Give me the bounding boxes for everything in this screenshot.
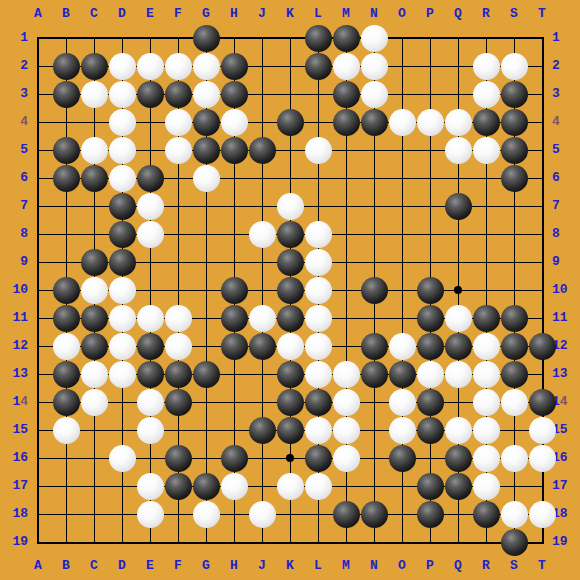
stone-black-L1[interactable] <box>305 25 332 52</box>
stone-white-O12[interactable] <box>389 333 416 360</box>
stone-black-Q7[interactable] <box>445 193 472 220</box>
stone-black-T14[interactable] <box>529 389 556 416</box>
row-label-right: 9 <box>552 254 578 270</box>
stone-white-K12[interactable] <box>277 333 304 360</box>
stone-white-R12[interactable] <box>473 333 500 360</box>
stone-black-P10[interactable] <box>417 277 444 304</box>
stone-white-L17[interactable] <box>305 473 332 500</box>
stone-white-D2[interactable] <box>109 53 136 80</box>
row-label-right: 10 <box>552 282 578 298</box>
stone-black-F13[interactable] <box>165 361 192 388</box>
stone-black-P14[interactable] <box>417 389 444 416</box>
stone-white-L8[interactable] <box>305 221 332 248</box>
stone-white-O14[interactable] <box>389 389 416 416</box>
stone-black-M4[interactable] <box>333 109 360 136</box>
stone-black-C9[interactable] <box>81 249 108 276</box>
stone-black-G13[interactable] <box>193 361 220 388</box>
stone-black-N12[interactable] <box>361 333 388 360</box>
col-label-bottom: S <box>500 558 528 574</box>
col-label-bottom: P <box>416 558 444 574</box>
col-label-top: G <box>192 6 220 22</box>
stone-black-K8[interactable] <box>277 221 304 248</box>
stone-black-F3[interactable] <box>165 81 192 108</box>
row-label-left: 17 <box>2 478 28 494</box>
stone-white-D4[interactable] <box>109 109 136 136</box>
row-label-right: 12 <box>552 338 578 354</box>
stone-white-G18[interactable] <box>193 501 220 528</box>
stone-black-P11[interactable] <box>417 305 444 332</box>
stone-white-J18[interactable] <box>249 501 276 528</box>
stone-black-B13[interactable] <box>53 361 80 388</box>
stone-black-K13[interactable] <box>277 361 304 388</box>
col-label-bottom: N <box>360 558 388 574</box>
col-label-bottom: A <box>24 558 52 574</box>
stone-white-D5[interactable] <box>109 137 136 164</box>
stone-black-H2[interactable] <box>221 53 248 80</box>
stone-white-M16[interactable] <box>333 445 360 472</box>
row-label-left: 7 <box>2 198 28 214</box>
col-label-bottom: H <box>220 558 248 574</box>
stone-black-M3[interactable] <box>333 81 360 108</box>
stone-white-L9[interactable] <box>305 249 332 276</box>
stone-white-F12[interactable] <box>165 333 192 360</box>
row-label-left: 1 <box>2 30 28 46</box>
col-label-top: R <box>472 6 500 22</box>
row-label-right: 17 <box>552 478 578 494</box>
stone-black-B3[interactable] <box>53 81 80 108</box>
stone-white-B12[interactable] <box>53 333 80 360</box>
col-label-bottom: K <box>276 558 304 574</box>
stone-black-R4[interactable] <box>473 109 500 136</box>
stone-white-B15[interactable] <box>53 417 80 444</box>
stone-white-R15[interactable] <box>473 417 500 444</box>
stone-white-Q5[interactable] <box>445 137 472 164</box>
stone-white-Q4[interactable] <box>445 109 472 136</box>
stone-black-E13[interactable] <box>137 361 164 388</box>
stone-white-R2[interactable] <box>473 53 500 80</box>
stone-white-L10[interactable] <box>305 277 332 304</box>
stone-white-N3[interactable] <box>361 81 388 108</box>
stone-white-S14[interactable] <box>501 389 528 416</box>
col-label-top: S <box>500 6 528 22</box>
row-label-right: 15 <box>552 422 578 438</box>
stone-white-D16[interactable] <box>109 445 136 472</box>
stone-black-L14[interactable] <box>305 389 332 416</box>
stone-white-S2[interactable] <box>501 53 528 80</box>
stone-white-E8[interactable] <box>137 221 164 248</box>
stone-black-N10[interactable] <box>361 277 388 304</box>
stone-white-E14[interactable] <box>137 389 164 416</box>
stone-white-L12[interactable] <box>305 333 332 360</box>
row-label-right: 18 <box>552 506 578 522</box>
stone-white-L13[interactable] <box>305 361 332 388</box>
stone-black-N4[interactable] <box>361 109 388 136</box>
col-label-bottom: O <box>388 558 416 574</box>
stone-white-R14[interactable] <box>473 389 500 416</box>
col-label-bottom: J <box>248 558 276 574</box>
col-label-top: N <box>360 6 388 22</box>
row-label-right: 5 <box>552 142 578 158</box>
col-label-top: T <box>528 6 556 22</box>
stone-black-R18[interactable] <box>473 501 500 528</box>
stone-white-K17[interactable] <box>277 473 304 500</box>
stone-black-L16[interactable] <box>305 445 332 472</box>
stone-black-D8[interactable] <box>109 221 136 248</box>
stone-white-C13[interactable] <box>81 361 108 388</box>
col-label-bottom: M <box>332 558 360 574</box>
stone-black-K11[interactable] <box>277 305 304 332</box>
stone-black-C11[interactable] <box>81 305 108 332</box>
stone-black-K14[interactable] <box>277 389 304 416</box>
stone-white-O15[interactable] <box>389 417 416 444</box>
stone-black-D7[interactable] <box>109 193 136 220</box>
stone-black-M18[interactable] <box>333 501 360 528</box>
row-label-right: 13 <box>552 366 578 382</box>
stone-black-C2[interactable] <box>81 53 108 80</box>
stone-black-N18[interactable] <box>361 501 388 528</box>
stone-black-C6[interactable] <box>81 165 108 192</box>
stone-white-D11[interactable] <box>109 305 136 332</box>
stone-white-M14[interactable] <box>333 389 360 416</box>
stone-black-J12[interactable] <box>249 333 276 360</box>
col-label-top: M <box>332 6 360 22</box>
stone-white-J8[interactable] <box>249 221 276 248</box>
stone-white-F5[interactable] <box>165 137 192 164</box>
stone-white-E15[interactable] <box>137 417 164 444</box>
stone-black-H3[interactable] <box>221 81 248 108</box>
stone-white-E2[interactable] <box>137 53 164 80</box>
stone-black-H12[interactable] <box>221 333 248 360</box>
stone-white-G6[interactable] <box>193 165 220 192</box>
row-label-right: 3 <box>552 86 578 102</box>
stone-white-T15[interactable] <box>529 417 556 444</box>
stone-white-C5[interactable] <box>81 137 108 164</box>
star-point <box>286 454 294 462</box>
stone-black-F14[interactable] <box>165 389 192 416</box>
row-label-right: 2 <box>552 58 578 74</box>
stone-white-M2[interactable] <box>333 53 360 80</box>
row-label-left: 6 <box>2 170 28 186</box>
stone-black-R11[interactable] <box>473 305 500 332</box>
stone-white-R3[interactable] <box>473 81 500 108</box>
star-point <box>454 286 462 294</box>
stone-black-S11[interactable] <box>501 305 528 332</box>
stone-black-D9[interactable] <box>109 249 136 276</box>
stone-black-F16[interactable] <box>165 445 192 472</box>
stone-black-E6[interactable] <box>137 165 164 192</box>
row-label-left: 10 <box>2 282 28 298</box>
col-label-bottom: R <box>472 558 500 574</box>
stone-black-S6[interactable] <box>501 165 528 192</box>
stone-white-K7[interactable] <box>277 193 304 220</box>
stone-white-N1[interactable] <box>361 25 388 52</box>
stone-black-F17[interactable] <box>165 473 192 500</box>
row-label-left: 19 <box>2 534 28 550</box>
col-label-top: J <box>248 6 276 22</box>
stone-black-S4[interactable] <box>501 109 528 136</box>
stone-black-H5[interactable] <box>221 137 248 164</box>
stone-white-L15[interactable] <box>305 417 332 444</box>
stone-black-N13[interactable] <box>361 361 388 388</box>
row-label-left: 8 <box>2 226 28 242</box>
col-label-top: Q <box>444 6 472 22</box>
go-board[interactable]: AABBCCDDEEFFGGHHJJKKLLMMNNOOPPQQRRSSTT11… <box>0 0 580 580</box>
row-label-left: 3 <box>2 86 28 102</box>
stone-black-H16[interactable] <box>221 445 248 472</box>
stone-white-P4[interactable] <box>417 109 444 136</box>
stone-black-B2[interactable] <box>53 53 80 80</box>
stone-white-R13[interactable] <box>473 361 500 388</box>
stone-black-E3[interactable] <box>137 81 164 108</box>
stone-black-S5[interactable] <box>501 137 528 164</box>
stone-white-R17[interactable] <box>473 473 500 500</box>
stone-white-D3[interactable] <box>109 81 136 108</box>
col-label-bottom: F <box>164 558 192 574</box>
stone-white-Q11[interactable] <box>445 305 472 332</box>
stone-black-O16[interactable] <box>389 445 416 472</box>
row-label-right: 7 <box>552 198 578 214</box>
stone-white-N2[interactable] <box>361 53 388 80</box>
stone-white-E7[interactable] <box>137 193 164 220</box>
stone-black-G17[interactable] <box>193 473 220 500</box>
stone-black-C12[interactable] <box>81 333 108 360</box>
stone-black-S3[interactable] <box>501 81 528 108</box>
row-label-left: 14 <box>2 394 28 410</box>
stone-white-D13[interactable] <box>109 361 136 388</box>
stone-white-S18[interactable] <box>501 501 528 528</box>
col-label-top: K <box>276 6 304 22</box>
row-label-left: 16 <box>2 450 28 466</box>
stone-black-B11[interactable] <box>53 305 80 332</box>
stone-white-C3[interactable] <box>81 81 108 108</box>
stone-white-F4[interactable] <box>165 109 192 136</box>
stone-white-F2[interactable] <box>165 53 192 80</box>
stone-white-O4[interactable] <box>389 109 416 136</box>
row-label-left: 9 <box>2 254 28 270</box>
col-label-top: E <box>136 6 164 22</box>
stone-black-K9[interactable] <box>277 249 304 276</box>
stone-black-J15[interactable] <box>249 417 276 444</box>
stone-white-D6[interactable] <box>109 165 136 192</box>
col-label-top: P <box>416 6 444 22</box>
stone-white-Q13[interactable] <box>445 361 472 388</box>
stone-black-E12[interactable] <box>137 333 164 360</box>
row-label-right: 4 <box>552 114 578 130</box>
stone-white-L11[interactable] <box>305 305 332 332</box>
row-label-right: 8 <box>552 226 578 242</box>
col-label-bottom: C <box>80 558 108 574</box>
stone-black-S12[interactable] <box>501 333 528 360</box>
stone-black-G5[interactable] <box>193 137 220 164</box>
stone-black-K4[interactable] <box>277 109 304 136</box>
stone-white-Q15[interactable] <box>445 417 472 444</box>
row-label-right: 11 <box>552 310 578 326</box>
col-label-bottom: E <box>136 558 164 574</box>
col-label-bottom: G <box>192 558 220 574</box>
stone-black-K10[interactable] <box>277 277 304 304</box>
col-label-bottom: B <box>52 558 80 574</box>
stone-white-J11[interactable] <box>249 305 276 332</box>
stone-black-B5[interactable] <box>53 137 80 164</box>
stone-white-S16[interactable] <box>501 445 528 472</box>
stone-black-S13[interactable] <box>501 361 528 388</box>
row-label-left: 5 <box>2 142 28 158</box>
col-label-top: A <box>24 6 52 22</box>
col-label-top: L <box>304 6 332 22</box>
row-label-left: 15 <box>2 422 28 438</box>
stone-black-P12[interactable] <box>417 333 444 360</box>
stone-white-D12[interactable] <box>109 333 136 360</box>
stone-white-C14[interactable] <box>81 389 108 416</box>
stone-white-G2[interactable] <box>193 53 220 80</box>
stone-white-E18[interactable] <box>137 501 164 528</box>
col-label-top: C <box>80 6 108 22</box>
stone-black-M1[interactable] <box>333 25 360 52</box>
col-label-bottom: Q <box>444 558 472 574</box>
row-label-left: 11 <box>2 310 28 326</box>
row-label-left: 12 <box>2 338 28 354</box>
row-label-right: 6 <box>552 170 578 186</box>
stone-black-P17[interactable] <box>417 473 444 500</box>
col-label-top: D <box>108 6 136 22</box>
stone-white-E17[interactable] <box>137 473 164 500</box>
stone-white-L5[interactable] <box>305 137 332 164</box>
stone-white-F11[interactable] <box>165 305 192 332</box>
stone-black-B14[interactable] <box>53 389 80 416</box>
stone-white-H4[interactable] <box>221 109 248 136</box>
stone-black-K15[interactable] <box>277 417 304 444</box>
col-label-top: B <box>52 6 80 22</box>
stone-black-G4[interactable] <box>193 109 220 136</box>
stone-black-G1[interactable] <box>193 25 220 52</box>
col-label-top: H <box>220 6 248 22</box>
row-label-left: 13 <box>2 366 28 382</box>
stone-white-C10[interactable] <box>81 277 108 304</box>
row-label-left: 2 <box>2 58 28 74</box>
stone-white-M13[interactable] <box>333 361 360 388</box>
stone-white-E11[interactable] <box>137 305 164 332</box>
row-label-left: 18 <box>2 506 28 522</box>
row-label-left: 4 <box>2 114 28 130</box>
stone-black-Q12[interactable] <box>445 333 472 360</box>
stone-black-H10[interactable] <box>221 277 248 304</box>
stone-black-Q17[interactable] <box>445 473 472 500</box>
stone-black-H11[interactable] <box>221 305 248 332</box>
stone-black-L2[interactable] <box>305 53 332 80</box>
stone-white-R16[interactable] <box>473 445 500 472</box>
stone-black-B6[interactable] <box>53 165 80 192</box>
stone-white-D10[interactable] <box>109 277 136 304</box>
stone-white-G3[interactable] <box>193 81 220 108</box>
col-label-bottom: D <box>108 558 136 574</box>
row-label-right: 16 <box>552 450 578 466</box>
stone-white-T18[interactable] <box>529 501 556 528</box>
stone-black-J5[interactable] <box>249 137 276 164</box>
stone-black-O13[interactable] <box>389 361 416 388</box>
col-label-top: F <box>164 6 192 22</box>
page: { "game": "go", "board": { "size": 19, "… <box>0 0 580 580</box>
stone-black-P18[interactable] <box>417 501 444 528</box>
stone-white-M15[interactable] <box>333 417 360 444</box>
stone-white-R5[interactable] <box>473 137 500 164</box>
row-label-right: 1 <box>552 30 578 46</box>
row-label-right: 14 <box>552 394 578 410</box>
col-label-bottom: L <box>304 558 332 574</box>
stone-black-S19[interactable] <box>501 529 528 556</box>
stone-black-P15[interactable] <box>417 417 444 444</box>
stone-black-T12[interactable] <box>529 333 556 360</box>
col-label-top: O <box>388 6 416 22</box>
stone-white-P13[interactable] <box>417 361 444 388</box>
row-label-right: 19 <box>552 534 578 550</box>
stone-white-T16[interactable] <box>529 445 556 472</box>
stone-white-H17[interactable] <box>221 473 248 500</box>
col-label-bottom: T <box>528 558 556 574</box>
stone-black-Q16[interactable] <box>445 445 472 472</box>
stone-black-B10[interactable] <box>53 277 80 304</box>
